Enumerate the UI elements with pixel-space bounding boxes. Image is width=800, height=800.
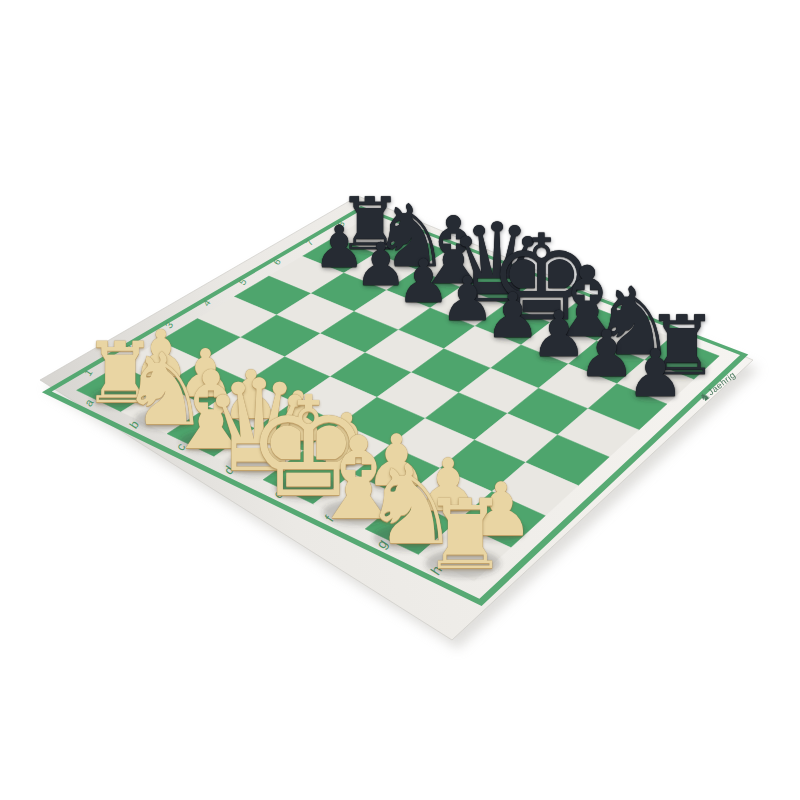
piece-white-rook-h1[interactable]: ♜ (422, 488, 508, 584)
chess-set-photo: abcdefgh12345678 ♜♞♟♝♟♛♟♚♟♝♟♞♟♜♟♟♟♟♜♟♞♟♝… (0, 0, 800, 800)
piece-black-pawn-h7[interactable]: ♟ (626, 341, 685, 407)
